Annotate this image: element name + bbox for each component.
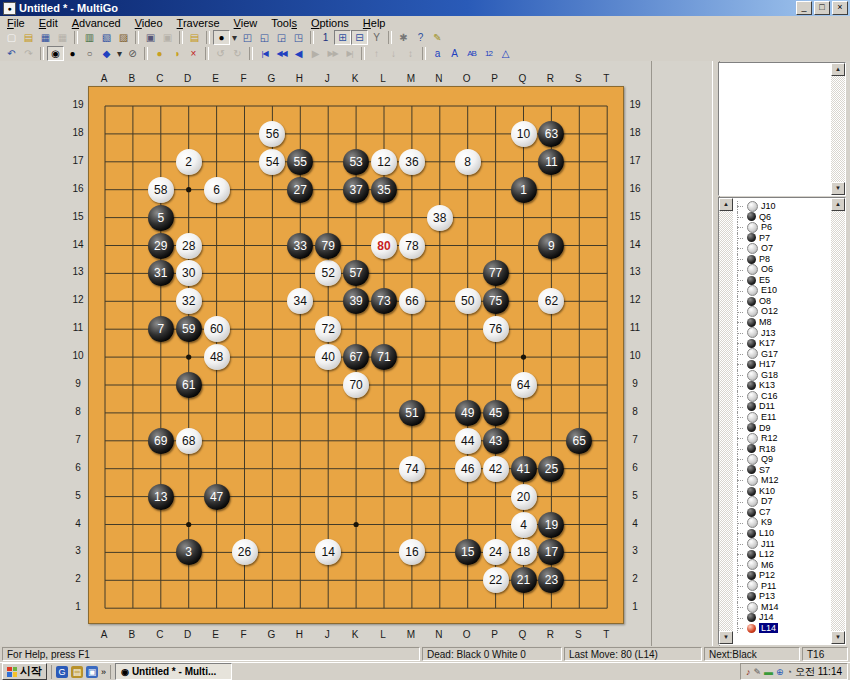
stone-node-icon — [747, 602, 758, 613]
tree-node-O6[interactable]: O6 — [733, 264, 831, 275]
rotate-left-icon[interactable]: ↺ — [212, 46, 229, 61]
coord-label-row: 2 — [625, 573, 645, 584]
label-letters-icon[interactable]: AB — [463, 46, 480, 61]
tree-node-L14[interactable]: L14 — [733, 623, 831, 634]
stone-node-icon — [747, 538, 758, 549]
coord-label-row: 12 — [625, 294, 645, 305]
copy-special-icon[interactable]: ▣ — [159, 30, 176, 45]
menu-tools[interactable]: Tools — [264, 17, 304, 29]
coord-label-col: H — [289, 73, 309, 84]
stone-B-O8: 49 — [455, 400, 481, 426]
coord-label-col: Q — [513, 73, 533, 84]
next-variation-icon[interactable]: ↓ — [385, 46, 402, 61]
stone-B-H16: 27 — [287, 177, 313, 203]
coord-label-col: J — [317, 73, 337, 84]
tree-node-P11[interactable]: P11 — [733, 581, 831, 592]
board-view: 1234567891011121314151617181920212223242… — [0, 61, 652, 646]
stone-node-icon — [747, 348, 758, 359]
coord-label-col: A — [94, 73, 114, 84]
coord-label-row: 13 — [625, 266, 645, 277]
stone-W-O7: 44 — [455, 428, 481, 454]
menu-file[interactable]: File — [0, 17, 32, 29]
stone-W-P3: 24 — [483, 539, 509, 565]
coord-label-col: B — [122, 629, 142, 640]
tree-node-C7[interactable]: C7 — [733, 507, 831, 518]
go-stones-icon: ◉ — [121, 667, 129, 677]
stone-node-icon — [747, 370, 758, 381]
tree-node-D9[interactable]: D9 — [733, 422, 831, 433]
tree-node-label: K17 — [759, 338, 775, 349]
tree-node-R12[interactable]: R12 — [733, 433, 831, 444]
tree-node-P13[interactable]: P13 — [733, 591, 831, 602]
tray-clock: 오전 11:14 — [795, 665, 842, 679]
view-split-left-icon[interactable]: ◱ — [256, 30, 273, 45]
stone-B-C5: 13 — [148, 484, 174, 510]
tree-node-J14[interactable]: J14 — [733, 612, 831, 623]
tree-node-J11[interactable]: J11 — [733, 539, 831, 550]
menu-advanced[interactable]: Advanced — [65, 17, 128, 29]
start-label: 시작 — [20, 664, 42, 679]
context-help-icon[interactable]: ? — [412, 30, 429, 45]
stone-W-E11: 60 — [204, 316, 230, 342]
tree-node-label: M8 — [759, 317, 772, 328]
tree-node-J13[interactable]: J13 — [733, 328, 831, 339]
coord-label-col: K — [345, 629, 365, 640]
start-button[interactable]: 시작 — [2, 663, 47, 680]
coord-label-row: 19 — [625, 99, 645, 110]
stone-node-icon — [747, 255, 756, 264]
delete-node-icon[interactable]: × — [185, 46, 202, 61]
coord-label-col: F — [234, 629, 254, 640]
coord-label-col: M — [401, 629, 421, 640]
coord-label-col: K — [345, 73, 365, 84]
coord-label-row: 17 — [625, 155, 645, 166]
stone-node-icon — [747, 580, 758, 591]
main-area: 1234567891011121314151617181920212223242… — [0, 61, 850, 646]
fast-forward-icon[interactable]: ▶▶ — [324, 46, 341, 61]
redo-icon[interactable]: ↷ — [20, 46, 37, 61]
menu-edit[interactable]: Edit — [32, 17, 65, 29]
coord-label-row: 17 — [68, 155, 88, 166]
tree-node-label: C7 — [759, 507, 771, 518]
coord-label-col: L — [373, 73, 393, 84]
coord-label-col: O — [457, 73, 477, 84]
tree-node-P6[interactable]: P6 — [733, 222, 831, 233]
tree-node-K10[interactable]: K10 — [733, 486, 831, 497]
stone-B-P12: 75 — [483, 288, 509, 314]
tree-node-label: L14 — [759, 623, 778, 634]
scroll-up-icon[interactable]: ▲ — [719, 198, 733, 211]
stone-node-icon — [747, 297, 756, 306]
stone-W-D7: 68 — [176, 428, 202, 454]
coord-label-col: O — [457, 629, 477, 640]
play-dropdown-icon[interactable]: ▾ — [230, 30, 239, 45]
tree-node-label: D11 — [759, 401, 775, 412]
tree-node-R18[interactable]: R18 — [733, 444, 831, 455]
tree-node-K9[interactable]: K9 — [733, 517, 831, 528]
tree-node-label: K10 — [759, 486, 775, 497]
toolbar-separator — [361, 47, 365, 60]
tree-right-scrollbar[interactable]: ▲ ▼ — [831, 198, 845, 644]
stone-W-O12: 50 — [455, 288, 481, 314]
stone-node-icon — [747, 222, 758, 233]
go-to-start-icon[interactable]: |◀ — [256, 46, 273, 61]
tree-node-G18[interactable]: G18 — [733, 370, 831, 381]
chevron-icon[interactable]: » — [101, 667, 106, 677]
print-icon[interactable]: ▥ — [81, 30, 98, 45]
tree-node-M12[interactable]: M12 — [733, 475, 831, 486]
stone-B-R6: 25 — [538, 456, 564, 482]
stone-B-R4: 19 — [538, 512, 564, 538]
coord-label-col: T — [596, 629, 616, 640]
tree-node-E10[interactable]: E10 — [733, 285, 831, 296]
tree-node-K17[interactable]: K17 — [733, 338, 831, 349]
tree-node-label: P8 — [759, 254, 770, 265]
coord-label-row: 8 — [68, 406, 88, 417]
stone-node-icon — [747, 318, 756, 327]
clock-icon[interactable]: ◔ — [787, 667, 792, 677]
tree-node-P12[interactable]: P12 — [733, 570, 831, 581]
stone-B-P13: 77 — [483, 260, 509, 286]
scroll-down-icon[interactable]: ▼ — [719, 631, 733, 644]
quick-launch-3-icon[interactable]: G — [56, 666, 68, 678]
multigo-window: ● Untitled * - MultiGo _ □ × FileEditAdv… — [0, 0, 850, 680]
stone-W-G17: 54 — [259, 149, 285, 175]
stone-W-Q5: 20 — [511, 484, 537, 510]
markup-dropdown-icon[interactable]: ▾ — [115, 46, 124, 61]
stone-node-icon — [747, 465, 756, 474]
pass-move-icon[interactable]: ● — [151, 46, 168, 61]
title-bar: ● Untitled * - MultiGo _ □ × — [0, 0, 850, 16]
edit-mode-icon[interactable]: ✎ — [429, 30, 446, 45]
volume-icon[interactable]: ♪ — [746, 667, 751, 677]
tree-node-L10[interactable]: L10 — [733, 528, 831, 539]
tree-node-E5[interactable]: E5 — [733, 275, 831, 286]
tree-node-P8[interactable]: P8 — [733, 254, 831, 265]
tree-node-label: E10 — [761, 285, 777, 296]
coord-label-row: 3 — [68, 545, 88, 556]
quick-launch-2-icon[interactable]: ▤ — [71, 666, 83, 678]
tree-node-P7[interactable]: P7 — [733, 233, 831, 244]
eraser-icon[interactable]: ⊘ — [124, 46, 141, 61]
tree-node-M14[interactable]: M14 — [733, 602, 831, 613]
stone-node-icon — [747, 412, 758, 423]
scroll-up-icon[interactable]: ▲ — [831, 198, 845, 211]
coord-label-col: Q — [513, 629, 533, 640]
move-tree-list: J10Q6P6P7O7P8O6E5E10O8O12M8J13K17G17H17G… — [733, 198, 831, 644]
stone-node-icon — [747, 571, 756, 580]
game-tree-icon[interactable]: ⊞ — [334, 30, 351, 45]
black-to-play-icon[interactable]: ● — [213, 30, 230, 45]
coord-label-row: 13 — [68, 266, 88, 277]
app-icon: ● — [3, 2, 16, 15]
toolbar-separator — [206, 31, 210, 44]
stone-B-L10: 71 — [371, 344, 397, 370]
stone-node-icon — [747, 285, 758, 296]
menu-traverse[interactable]: Traverse — [170, 17, 227, 29]
tree-node-E11[interactable]: E11 — [733, 412, 831, 423]
tree-node-label: M14 — [761, 602, 779, 613]
tree-node-O7[interactable]: O7 — [733, 243, 831, 254]
stone-node-icon — [747, 508, 756, 517]
stone-W-K9: 70 — [343, 372, 369, 398]
stone-node-icon — [747, 517, 758, 528]
tree-node-label: J10 — [761, 201, 776, 212]
undo-icon[interactable]: ↶ — [3, 46, 20, 61]
stone-node-icon — [747, 433, 758, 444]
quick-launch-1-icon[interactable]: ▣ — [86, 666, 98, 678]
stone-B-D9: 61 — [176, 372, 202, 398]
stone-node-icon — [747, 496, 758, 507]
comment-panel[interactable]: ▲ ▼ — [718, 62, 846, 196]
stone-node-icon — [747, 529, 756, 538]
coord-label-row: 12 — [68, 294, 88, 305]
toolbar-separator — [74, 31, 78, 44]
stone-W-Q3: 18 — [511, 539, 537, 565]
window-title: Untitled * - MultiGo — [19, 2, 796, 14]
stone-W-L14: 80 — [371, 233, 397, 259]
tree-node-M6[interactable]: M6 — [733, 560, 831, 571]
tree-node-D11[interactable]: D11 — [733, 401, 831, 412]
prev-variation-icon[interactable]: ↑ — [368, 46, 385, 61]
tree-node-label: P6 — [761, 222, 772, 233]
go-board[interactable]: 1234567891011121314151617181920212223242… — [88, 86, 624, 624]
customize-icon[interactable]: ✱ — [395, 30, 412, 45]
jump-variation-icon[interactable]: ↕ — [402, 46, 419, 61]
open-file-icon[interactable]: ▤ — [20, 30, 37, 45]
toolbar-row-1: ▢▤▦▦▥▧▨▣▣▤●▾◰◱◲◳1⊞⊟Y✱?✎ — [0, 29, 850, 45]
menu-view[interactable]: View — [227, 17, 265, 29]
label-lowercase-icon[interactable]: a — [429, 46, 446, 61]
coord-label-col: F — [234, 73, 254, 84]
stone-B-Q16: 1 — [511, 177, 537, 203]
copy-icon[interactable]: ▣ — [142, 30, 159, 45]
status-last-move: Last Move: 80 (L14) — [564, 647, 702, 661]
stone-W-L17: 12 — [371, 149, 397, 175]
stone-B-D3: 3 — [176, 539, 202, 565]
coord-label-col: J — [317, 629, 337, 640]
close-button[interactable]: × — [832, 1, 848, 15]
swap-color-icon[interactable]: ◑ — [168, 46, 185, 61]
stone-node-icon — [747, 201, 758, 212]
tree-node-label: L10 — [759, 528, 774, 539]
tree-node-M8[interactable]: M8 — [733, 317, 831, 328]
view-split-bottom-icon[interactable]: ◲ — [273, 30, 290, 45]
view-split-quad-icon[interactable]: ◳ — [290, 30, 307, 45]
coord-label-row: 11 — [68, 322, 88, 333]
coord-label-col: G — [261, 73, 281, 84]
stone-node-icon — [747, 402, 756, 411]
toolbar-row-2: ↶↷◉●○◆▾⊘●◑×↺↻|◀◀◀◀▶▶▶▶|↑↓↕aAAB12△ — [0, 45, 850, 61]
task-label: Untitled * - Multi... — [132, 666, 216, 677]
tree-node-Q9[interactable]: Q9 — [733, 454, 831, 465]
stone-W-F3: 26 — [232, 539, 258, 565]
play-black-icon[interactable]: ● — [64, 46, 81, 61]
coord-label-row: 10 — [68, 350, 88, 361]
coord-label-col: T — [596, 73, 616, 84]
stone-W-O17: 8 — [455, 149, 481, 175]
save-all-icon[interactable]: ▦ — [54, 30, 71, 45]
status-cursor-coord: T16 — [802, 647, 848, 661]
print-preview-icon[interactable]: ▧ — [98, 30, 115, 45]
coord-label-row: 6 — [68, 462, 88, 473]
coord-label-row: 4 — [625, 518, 645, 529]
import-icon[interactable]: ▤ — [186, 30, 203, 45]
variation-list-icon[interactable]: ⊟ — [351, 30, 368, 45]
label-triangle-icon[interactable]: △ — [497, 46, 514, 61]
tree-node-label: R12 — [761, 433, 778, 444]
scroll-down-icon[interactable]: ▼ — [831, 182, 845, 195]
coord-label-col: B — [122, 73, 142, 84]
coord-label-col: E — [206, 73, 226, 84]
stone-W-D14: 28 — [176, 233, 202, 259]
stone-W-M14: 78 — [399, 233, 425, 259]
stone-node-icon — [747, 264, 758, 275]
tree-node-label: C16 — [761, 391, 778, 402]
play-white-icon[interactable]: ○ — [81, 46, 98, 61]
scroll-down-icon[interactable]: ▼ — [831, 631, 845, 644]
tree-node-S7[interactable]: S7 — [733, 465, 831, 476]
toolbar-separator — [144, 47, 148, 60]
coord-label-col: R — [540, 73, 560, 84]
step-forward-icon[interactable]: ▶ — [307, 46, 324, 61]
stone-B-C13: 31 — [148, 260, 174, 286]
tree-node-label: K13 — [759, 380, 775, 391]
stone-B-J14: 79 — [315, 233, 341, 259]
branch-view-icon[interactable]: Y — [368, 30, 385, 45]
stone-W-D12: 32 — [176, 288, 202, 314]
stone-W-E10: 48 — [204, 344, 230, 370]
coord-label-col: M — [401, 73, 421, 84]
coord-label-col: S — [568, 73, 588, 84]
messenger-icon[interactable]: ▬ — [764, 667, 773, 677]
stone-B-K10: 67 — [343, 344, 369, 370]
stone-W-P6: 42 — [483, 456, 509, 482]
toolbar-separator — [179, 31, 183, 44]
coord-label-col: A — [94, 629, 114, 640]
stone-B-C7: 69 — [148, 428, 174, 454]
status-next-player: Next:Black — [704, 647, 800, 661]
menu-video[interactable]: Video — [128, 17, 170, 29]
coord-label-col: P — [485, 629, 505, 640]
label-uppercase-icon[interactable]: A — [446, 46, 463, 61]
tree-node-label: H17 — [759, 359, 776, 370]
tree-node-label: E11 — [761, 412, 776, 423]
stone-B-Q2: 21 — [511, 567, 537, 593]
coord-label-col: R — [540, 629, 560, 640]
move-tree-panel: ▲ ▼ ▲ ▼ J10Q6P6P7O7P8O6E5E10O8O12M8J13K1… — [718, 197, 846, 645]
tree-node-D7[interactable]: D7 — [733, 496, 831, 507]
save-file-icon[interactable]: ▦ — [37, 30, 54, 45]
tree-node-C16[interactable]: C16 — [733, 391, 831, 402]
stone-B-E5: 47 — [204, 484, 230, 510]
markup-tool-icon[interactable]: ◆ — [98, 46, 115, 61]
toolbar-separator — [422, 47, 426, 60]
taskbar-task-multigo[interactable]: ◉ Untitled * - Multi... — [115, 663, 232, 680]
coord-label-row: 14 — [625, 239, 645, 250]
label-numbers-icon[interactable]: 12 — [480, 46, 497, 61]
stone-B-C15: 5 — [148, 205, 174, 231]
scroll-up-icon[interactable]: ▲ — [831, 63, 845, 76]
stone-node-icon — [747, 360, 756, 369]
tree-node-Q6[interactable]: Q6 — [733, 212, 831, 223]
tree-node-O12[interactable]: O12 — [733, 306, 831, 317]
fast-back-icon[interactable]: ◀◀ — [273, 46, 290, 61]
tree-node-H17[interactable]: H17 — [733, 359, 831, 370]
coord-label-row: 5 — [625, 490, 645, 501]
stone-B-P8: 45 — [483, 400, 509, 426]
stone-B-P7: 43 — [483, 428, 509, 454]
coord-label-row: 7 — [68, 434, 88, 445]
restore-button[interactable]: □ — [814, 1, 830, 15]
menu-help[interactable]: Help — [356, 17, 393, 29]
tree-node-J10[interactable]: J10 — [733, 201, 831, 212]
stone-B-S7: 65 — [566, 428, 592, 454]
tree-node-label: D7 — [761, 496, 773, 507]
stone-W-D17: 2 — [176, 149, 202, 175]
coord-label-col: C — [150, 629, 170, 640]
tree-node-label: P11 — [761, 581, 776, 592]
quick-launch: G▤▣ » — [51, 665, 111, 679]
tree-left-scrollbar[interactable]: ▲ ▼ — [719, 198, 733, 644]
coord-label-row: 1 — [68, 601, 88, 612]
stone-W-P11: 76 — [483, 316, 509, 342]
toolbar-separator — [40, 47, 44, 60]
stone-node-icon — [747, 233, 756, 242]
tree-node-L12[interactable]: L12 — [733, 549, 831, 560]
tree-node-G17[interactable]: G17 — [733, 349, 831, 360]
coord-label-row: 4 — [68, 518, 88, 529]
tree-node-O8[interactable]: O8 — [733, 296, 831, 307]
move-tool-icon[interactable]: ◉ — [47, 46, 64, 61]
tree-node-label: M6 — [761, 560, 774, 571]
stone-W-Q4: 4 — [511, 512, 537, 538]
minimize-button[interactable]: _ — [796, 1, 812, 15]
export-image-icon[interactable]: ▨ — [115, 30, 132, 45]
tree-node-label: O6 — [761, 264, 773, 275]
toolbar-separator — [249, 47, 253, 60]
show-move-numbers-icon[interactable]: 1 — [317, 30, 334, 45]
stone-B-M8: 51 — [399, 400, 425, 426]
tree-node-label: J13 — [761, 328, 776, 339]
status-bar: For Help, press F1 Dead: Black 0 White 0… — [0, 646, 850, 662]
stone-W-O6: 46 — [455, 456, 481, 482]
new-file-icon[interactable]: ▢ — [3, 30, 20, 45]
go-to-end-icon[interactable]: ▶| — [341, 46, 358, 61]
stone-node-icon — [747, 592, 756, 601]
coord-label-col: L — [373, 629, 393, 640]
coord-label-col: S — [568, 629, 588, 640]
coord-label-col: C — [150, 73, 170, 84]
pen-icon[interactable]: ✎ — [753, 667, 761, 677]
update-icon[interactable]: ⊕ — [776, 667, 784, 677]
stone-W-M12: 66 — [399, 288, 425, 314]
stone-B-R14: 9 — [538, 233, 564, 259]
coord-label-row: 5 — [68, 490, 88, 501]
tree-node-K13[interactable]: K13 — [733, 380, 831, 391]
coord-label-col: P — [485, 73, 505, 84]
rotate-right-icon[interactable]: ↻ — [229, 46, 246, 61]
stone-W-M17: 36 — [399, 149, 425, 175]
tree-node-label: O12 — [761, 306, 778, 317]
view-board-only-icon[interactable]: ◰ — [239, 30, 256, 45]
comment-scrollbar[interactable]: ▲ ▼ — [831, 63, 845, 195]
stone-W-P2: 22 — [483, 567, 509, 593]
tree-node-label: O7 — [761, 243, 773, 254]
menu-options[interactable]: Options — [304, 17, 356, 29]
step-back-icon[interactable]: ◀ — [290, 46, 307, 61]
stone-B-H17: 55 — [287, 149, 313, 175]
